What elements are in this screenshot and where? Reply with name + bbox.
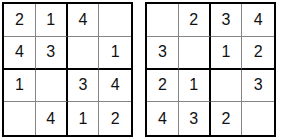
empty-cell-r3c2[interactable] <box>36 70 68 103</box>
sudoku-boards: 214431134412 234312213432 <box>0 0 282 137</box>
given-cell-r4c1: 4 <box>147 102 179 135</box>
given-cell-r2c4: 2 <box>242 37 274 70</box>
given-cell-r4c2: 4 <box>36 102 68 135</box>
given-cell-r1c3: 3 <box>211 4 243 37</box>
given-cell-r3c3: 3 <box>68 70 100 103</box>
given-cell-r4c4: 2 <box>99 102 131 135</box>
given-cell-r3c4: 4 <box>99 70 131 103</box>
given-cell-r3c1: 2 <box>147 70 179 103</box>
given-cell-r2c4: 1 <box>99 37 131 70</box>
empty-cell-r2c2[interactable] <box>179 37 211 70</box>
empty-cell-r4c1[interactable] <box>4 102 36 135</box>
empty-cell-r1c1[interactable] <box>147 4 179 37</box>
empty-cell-r1c4[interactable] <box>99 4 131 37</box>
given-cell-r1c2: 1 <box>36 4 68 37</box>
given-cell-r2c3: 1 <box>211 37 243 70</box>
given-cell-r1c2: 2 <box>179 4 211 37</box>
sudoku-grid-left: 214431134412 <box>2 2 133 137</box>
given-cell-r4c3: 1 <box>68 102 100 135</box>
empty-cell-r4c4[interactable] <box>242 102 274 135</box>
given-cell-r4c3: 2 <box>211 102 243 135</box>
given-cell-r1c3: 4 <box>68 4 100 37</box>
given-cell-r3c2: 1 <box>179 70 211 103</box>
given-cell-r2c1: 3 <box>147 37 179 70</box>
given-cell-r1c4: 4 <box>242 4 274 37</box>
given-cell-r2c2: 3 <box>36 37 68 70</box>
given-cell-r1c1: 2 <box>4 4 36 37</box>
given-cell-r3c4: 3 <box>242 70 274 103</box>
empty-cell-r3c3[interactable] <box>211 70 243 103</box>
given-cell-r3c1: 1 <box>4 70 36 103</box>
sudoku-grid-right: 234312213432 <box>145 2 276 137</box>
given-cell-r4c2: 3 <box>179 102 211 135</box>
given-cell-r2c1: 4 <box>4 37 36 70</box>
empty-cell-r2c3[interactable] <box>68 37 100 70</box>
